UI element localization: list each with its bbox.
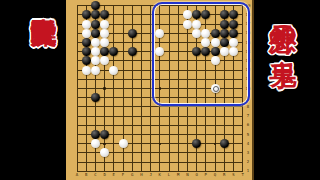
stone-white [91,56,100,65]
coord-letter: A [74,173,80,177]
coord-letter: E [111,173,117,177]
go-board: ABCDEFGHJKLMNOPQRST191817161514131211109… [66,0,254,180]
stone-white [100,148,109,157]
stone-black [82,47,91,56]
stone-black [82,56,91,65]
stone-white [82,29,91,38]
coord-letter: S [230,173,236,177]
coord-number: 6 [245,123,251,127]
stone-black [91,1,100,10]
coord-number: 5 [245,133,251,137]
coord-letter: K [157,173,163,177]
stone-black [91,93,100,102]
stone-black [91,29,100,38]
coord-number: 4 [245,142,251,146]
stone-white [100,38,109,47]
stone-white [109,66,118,75]
right-caption: 予想外の鬼手 [270,4,297,41]
stone-black [128,47,137,56]
coord-letter: L [166,173,172,177]
stone-black [91,130,100,139]
coord-letter: P [203,173,209,177]
coord-number: 7 [245,114,251,118]
coord-letter: T [240,173,246,177]
stone-white [119,139,128,148]
coord-number: 8 [245,105,251,109]
coord-letter: C [92,173,98,177]
coord-letter: B [83,173,89,177]
star-point [159,143,161,145]
stone-black [100,47,109,56]
thumbnail: ABCDEFGHJKLMNOPQRST191817161514131211109… [0,0,320,180]
coord-letter: F [120,173,126,177]
grid-line-horizontal [77,106,244,107]
grid-line-horizontal [77,116,244,117]
stone-white [82,20,91,29]
grid-line-horizontal [77,125,244,126]
coord-letter: G [129,173,135,177]
stone-white [91,66,100,75]
stone-white [100,29,109,38]
stone-white [91,38,100,47]
coord-number: 2 [245,160,251,164]
stone-black [82,38,91,47]
coord-number: 3 [245,151,251,155]
coord-letter: Q [212,173,218,177]
stone-white [100,56,109,65]
stone-black [109,47,118,56]
stone-black [91,20,100,29]
star-point [103,87,105,89]
coord-letter: N [184,173,190,177]
stone-black [220,139,229,148]
stone-black [100,130,109,139]
stone-black [128,29,137,38]
coord-letter: O [194,173,200,177]
coord-letter: J [148,173,154,177]
grid-line-horizontal [77,162,244,163]
star-point [214,143,216,145]
stone-white [100,20,109,29]
star-point [103,143,105,145]
coord-letter: R [221,173,227,177]
stone-black [100,10,109,19]
stone-black [91,10,100,19]
stone-white [82,66,91,75]
stone-black [82,10,91,19]
coord-number: 1 [245,169,251,173]
stone-white [91,47,100,56]
coord-letter: H [138,173,144,177]
highlight-rectangle [152,2,250,106]
stone-black [192,139,201,148]
coord-letter: D [102,173,108,177]
stone-white [91,139,100,148]
coord-letter: M [175,173,181,177]
